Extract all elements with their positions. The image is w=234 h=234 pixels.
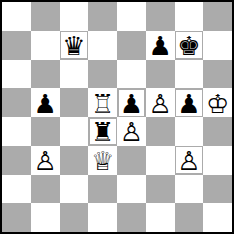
- square-h8[interactable]: [203, 2, 232, 31]
- black-king-g7: ♚: [177, 33, 200, 59]
- white-pawn-g3: ♙: [177, 148, 200, 174]
- square-b6[interactable]: [31, 60, 60, 89]
- square-c3[interactable]: [60, 146, 89, 175]
- square-d6[interactable]: [88, 60, 117, 89]
- square-d5[interactable]: ♖: [88, 88, 117, 117]
- square-d4[interactable]: ♜: [88, 117, 117, 146]
- square-g4[interactable]: [175, 117, 204, 146]
- square-d8[interactable]: [88, 2, 117, 31]
- chess-board: ♛♟♚♟♖♟♙♟♔♜♙♙♕♙: [0, 0, 234, 234]
- white-king-h5: ♔: [206, 90, 229, 116]
- square-c4[interactable]: [60, 117, 89, 146]
- square-b5[interactable]: ♟: [31, 88, 60, 117]
- square-c8[interactable]: [60, 2, 89, 31]
- square-c5[interactable]: [60, 88, 89, 117]
- square-e6[interactable]: [117, 60, 146, 89]
- square-f2[interactable]: [146, 175, 175, 204]
- square-e7[interactable]: [117, 31, 146, 60]
- white-rook-d5: ♖: [91, 90, 114, 116]
- black-pawn-g5: ♟: [177, 90, 200, 116]
- square-h5[interactable]: ♔: [203, 88, 232, 117]
- square-f3[interactable]: [146, 146, 175, 175]
- square-d2[interactable]: [88, 175, 117, 204]
- square-h6[interactable]: [203, 60, 232, 89]
- square-b2[interactable]: [31, 175, 60, 204]
- square-g8[interactable]: [175, 2, 204, 31]
- square-a2[interactable]: [2, 175, 31, 204]
- square-b1[interactable]: [31, 203, 60, 232]
- square-e5[interactable]: ♟: [117, 88, 146, 117]
- square-f5[interactable]: ♙: [146, 88, 175, 117]
- square-d7[interactable]: [88, 31, 117, 60]
- square-e4[interactable]: ♙: [117, 117, 146, 146]
- square-c1[interactable]: [60, 203, 89, 232]
- square-g3[interactable]: ♙: [175, 146, 204, 175]
- square-a3[interactable]: [2, 146, 31, 175]
- square-d1[interactable]: [88, 203, 117, 232]
- black-rook-d4: ♜: [91, 119, 114, 145]
- square-g7[interactable]: ♚: [175, 31, 204, 60]
- square-c2[interactable]: [60, 175, 89, 204]
- square-e1[interactable]: [117, 203, 146, 232]
- square-f4[interactable]: [146, 117, 175, 146]
- square-f1[interactable]: [146, 203, 175, 232]
- white-queen-d3: ♕: [91, 148, 114, 174]
- black-pawn-b5: ♟: [33, 90, 56, 116]
- square-h4[interactable]: [203, 117, 232, 146]
- square-g6[interactable]: [175, 60, 204, 89]
- square-f8[interactable]: [146, 2, 175, 31]
- square-c7[interactable]: ♛: [60, 31, 89, 60]
- square-e2[interactable]: [117, 175, 146, 204]
- black-pawn-f7: ♟: [148, 33, 171, 59]
- white-pawn-e4: ♙: [120, 119, 143, 145]
- black-queen-c7: ♛: [62, 33, 85, 59]
- square-a5[interactable]: [2, 88, 31, 117]
- square-a1[interactable]: [2, 203, 31, 232]
- square-f6[interactable]: [146, 60, 175, 89]
- square-f7[interactable]: ♟: [146, 31, 175, 60]
- square-b8[interactable]: [31, 2, 60, 31]
- white-pawn-b3: ♙: [33, 148, 56, 174]
- square-b4[interactable]: [31, 117, 60, 146]
- square-h7[interactable]: [203, 31, 232, 60]
- square-d3[interactable]: ♕: [88, 146, 117, 175]
- square-b3[interactable]: ♙: [31, 146, 60, 175]
- square-a6[interactable]: [2, 60, 31, 89]
- square-a8[interactable]: [2, 2, 31, 31]
- square-h3[interactable]: [203, 146, 232, 175]
- square-c6[interactable]: [60, 60, 89, 89]
- square-h2[interactable]: [203, 175, 232, 204]
- square-g5[interactable]: ♟: [175, 88, 204, 117]
- square-h1[interactable]: [203, 203, 232, 232]
- square-e8[interactable]: [117, 2, 146, 31]
- square-a4[interactable]: [2, 117, 31, 146]
- white-pawn-f5: ♙: [148, 90, 171, 116]
- square-g1[interactable]: [175, 203, 204, 232]
- square-a7[interactable]: [2, 31, 31, 60]
- black-pawn-e5: ♟: [120, 90, 143, 116]
- square-b7[interactable]: [31, 31, 60, 60]
- square-e3[interactable]: [117, 146, 146, 175]
- square-g2[interactable]: [175, 175, 204, 204]
